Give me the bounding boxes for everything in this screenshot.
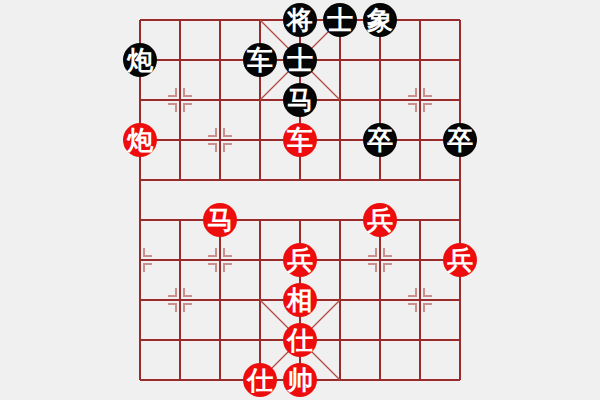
red-soldier[interactable]: 兵 bbox=[363, 203, 397, 237]
black-chariot[interactable]: 车 bbox=[243, 43, 277, 77]
black-advisor[interactable]: 士 bbox=[283, 43, 317, 77]
black-horse[interactable]: 马 bbox=[283, 83, 317, 117]
black-cannon[interactable]: 炮 bbox=[123, 43, 157, 77]
black-elephant[interactable]: 象 bbox=[363, 3, 397, 37]
black-advisor[interactable]: 士 bbox=[323, 3, 357, 37]
red-advisor[interactable]: 仕 bbox=[283, 323, 317, 357]
black-soldier[interactable]: 卒 bbox=[443, 123, 477, 157]
red-chariot[interactable]: 车 bbox=[283, 123, 317, 157]
xiangqi-board-screen: 将士象炮车士马卒卒炮车马兵兵兵相仕仕帅 bbox=[0, 0, 600, 400]
black-soldier[interactable]: 卒 bbox=[363, 123, 397, 157]
red-horse[interactable]: 马 bbox=[203, 203, 237, 237]
black-king[interactable]: 将 bbox=[283, 3, 317, 37]
red-king[interactable]: 帅 bbox=[283, 363, 317, 397]
red-cannon[interactable]: 炮 bbox=[123, 123, 157, 157]
red-advisor[interactable]: 仕 bbox=[243, 363, 277, 397]
red-soldier[interactable]: 兵 bbox=[443, 243, 477, 277]
red-elephant[interactable]: 相 bbox=[283, 283, 317, 317]
red-soldier[interactable]: 兵 bbox=[283, 243, 317, 277]
